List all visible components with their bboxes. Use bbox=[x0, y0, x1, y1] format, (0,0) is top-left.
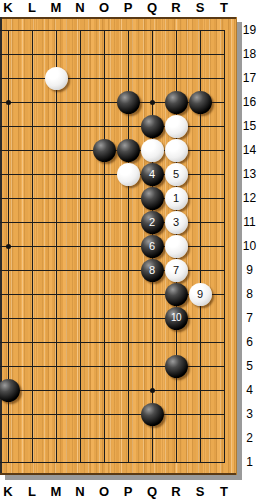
column-label-top-Q: Q bbox=[140, 0, 164, 16]
column-label-top-O: O bbox=[92, 0, 116, 16]
row-label-19: 19 bbox=[240, 22, 259, 38]
black-stone-S16[interactable] bbox=[189, 91, 212, 114]
row-label-14: 14 bbox=[240, 142, 259, 158]
column-label-top-P: P bbox=[116, 0, 140, 16]
column-label-bottom-S: S bbox=[188, 484, 212, 500]
white-stone-Q14[interactable] bbox=[141, 139, 164, 162]
white-stone-R13[interactable]: 5 bbox=[165, 163, 188, 186]
white-stone-R14[interactable] bbox=[165, 139, 188, 162]
white-stone-R9[interactable]: 7 bbox=[165, 259, 188, 282]
row-label-3: 3 bbox=[240, 406, 259, 422]
row-label-5: 5 bbox=[240, 358, 259, 374]
grid-line-12 bbox=[0, 198, 225, 199]
column-label-top-R: R bbox=[164, 0, 188, 16]
black-stone-Q15[interactable] bbox=[141, 115, 164, 138]
black-stone-Q13[interactable]: 4 bbox=[141, 163, 164, 186]
star-point-K16 bbox=[6, 100, 11, 105]
board-edge-right bbox=[236, 17, 237, 475]
move-number: 3 bbox=[173, 217, 179, 228]
grid-line-9 bbox=[0, 270, 225, 271]
black-stone-Q10[interactable]: 6 bbox=[141, 235, 164, 258]
black-stone-R7[interactable]: 10 bbox=[165, 307, 188, 330]
column-label-bottom-Q: Q bbox=[140, 484, 164, 500]
row-label-15: 15 bbox=[240, 118, 259, 134]
grid-line-13 bbox=[0, 174, 225, 175]
black-stone-Q9[interactable]: 8 bbox=[141, 259, 164, 282]
column-label-top-L: L bbox=[20, 0, 44, 16]
grid-line-10 bbox=[0, 246, 225, 247]
go-diagram: KLMNOPQRST 45123687910 19181716151413121… bbox=[0, 0, 260, 500]
row-label-9: 9 bbox=[240, 262, 259, 278]
star-point-K10 bbox=[6, 244, 11, 249]
column-label-bottom-L: L bbox=[20, 484, 44, 500]
row-label-4: 4 bbox=[240, 382, 259, 398]
move-number: 1 bbox=[173, 193, 179, 204]
row-label-17: 17 bbox=[240, 70, 259, 86]
grid-line-3 bbox=[0, 414, 225, 415]
white-stone-M17[interactable] bbox=[45, 67, 68, 90]
black-stone-Q11[interactable]: 2 bbox=[141, 211, 164, 234]
move-number: 4 bbox=[149, 169, 155, 180]
column-label-top-S: S bbox=[188, 0, 212, 16]
grid-line-11 bbox=[0, 222, 225, 223]
row-label-10: 10 bbox=[240, 238, 259, 254]
black-stone-Q12[interactable] bbox=[141, 187, 164, 210]
move-number: 10 bbox=[171, 313, 181, 323]
grid-line-15 bbox=[0, 126, 225, 127]
row-label-1: 1 bbox=[240, 454, 259, 470]
row-label-6: 6 bbox=[240, 334, 259, 350]
column-label-bottom-P: P bbox=[116, 484, 140, 500]
column-label-top-N: N bbox=[68, 0, 92, 16]
board-edge-bottom bbox=[0, 473, 237, 475]
white-stone-S8[interactable]: 9 bbox=[189, 283, 212, 306]
grid-line-2 bbox=[0, 438, 225, 439]
go-board[interactable]: 45123687910 bbox=[0, 17, 237, 475]
row-label-12: 12 bbox=[240, 190, 259, 206]
grid-line-18 bbox=[0, 54, 225, 55]
black-stone-P14[interactable] bbox=[117, 139, 140, 162]
move-number: 7 bbox=[173, 265, 179, 276]
column-label-bottom-O: O bbox=[92, 484, 116, 500]
grid-line-1 bbox=[0, 462, 225, 463]
move-number: 5 bbox=[173, 169, 179, 180]
star-point-Q4 bbox=[150, 388, 155, 393]
black-stone-R8[interactable] bbox=[165, 283, 188, 306]
white-stone-P13[interactable] bbox=[117, 163, 140, 186]
column-label-top-M: M bbox=[44, 0, 68, 16]
white-stone-R10[interactable] bbox=[165, 235, 188, 258]
row-label-16: 16 bbox=[240, 94, 259, 110]
row-label-13: 13 bbox=[240, 166, 259, 182]
column-label-bottom-R: R bbox=[164, 484, 188, 500]
row-label-18: 18 bbox=[240, 46, 259, 62]
grid-line-17 bbox=[0, 78, 225, 79]
grid-line-7 bbox=[0, 318, 225, 319]
column-label-top-K: K bbox=[0, 0, 20, 16]
move-number: 6 bbox=[149, 241, 155, 252]
board-edge-top bbox=[0, 17, 237, 19]
black-stone-O14[interactable] bbox=[93, 139, 116, 162]
black-stone-R16[interactable] bbox=[165, 91, 188, 114]
grid-line-5 bbox=[0, 366, 225, 367]
black-stone-K4[interactable] bbox=[0, 379, 20, 402]
column-label-bottom-N: N bbox=[68, 484, 92, 500]
row-label-7: 7 bbox=[240, 310, 259, 326]
column-label-top-T: T bbox=[212, 0, 236, 16]
grid-line-19 bbox=[0, 30, 225, 31]
black-stone-P16[interactable] bbox=[117, 91, 140, 114]
column-label-bottom-T: T bbox=[212, 484, 236, 500]
move-number: 9 bbox=[197, 289, 203, 300]
star-point-Q16 bbox=[150, 100, 155, 105]
row-label-2: 2 bbox=[240, 430, 259, 446]
row-label-11: 11 bbox=[240, 214, 259, 230]
white-stone-R15[interactable] bbox=[165, 115, 188, 138]
column-label-bottom-K: K bbox=[0, 484, 20, 500]
row-label-8: 8 bbox=[240, 286, 259, 302]
white-stone-R12[interactable]: 1 bbox=[165, 187, 188, 210]
grid-line-4 bbox=[0, 390, 225, 391]
grid-line-6 bbox=[0, 342, 225, 343]
column-label-bottom-M: M bbox=[44, 484, 68, 500]
white-stone-R11[interactable]: 3 bbox=[165, 211, 188, 234]
black-stone-R5[interactable] bbox=[165, 355, 188, 378]
move-number: 2 bbox=[149, 217, 155, 228]
move-number: 8 bbox=[149, 265, 155, 276]
black-stone-Q3[interactable] bbox=[141, 403, 164, 426]
